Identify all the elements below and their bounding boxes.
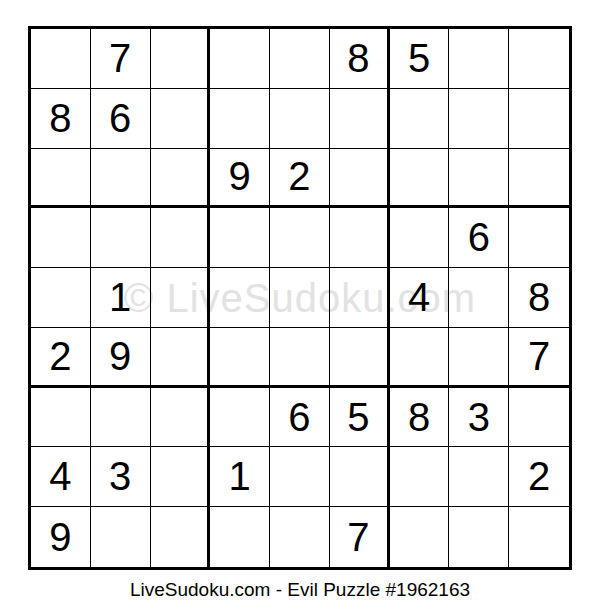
cell-r7c5[interactable]: 6	[270, 388, 330, 448]
cell-r3c9[interactable]	[509, 149, 569, 209]
cell-r4c5[interactable]	[270, 208, 330, 268]
cell-r3c2[interactable]	[91, 149, 151, 209]
cell-r7c3[interactable]	[151, 388, 211, 448]
cell-r3c4[interactable]: 9	[210, 149, 270, 209]
cell-r8c7[interactable]	[390, 447, 450, 507]
cell-r7c4[interactable]	[210, 388, 270, 448]
cell-r5c4[interactable]	[210, 268, 270, 328]
cell-r5c3[interactable]	[151, 268, 211, 328]
cell-r8c4[interactable]: 1	[210, 447, 270, 507]
cell-r6c7[interactable]	[390, 328, 450, 388]
cell-r3c6[interactable]	[330, 149, 390, 209]
cell-r7c8[interactable]: 3	[449, 388, 509, 448]
cell-r1c4[interactable]	[210, 29, 270, 89]
cell-r9c3[interactable]	[151, 507, 211, 567]
cell-r1c9[interactable]	[509, 29, 569, 89]
cell-r9c2[interactable]	[91, 507, 151, 567]
cell-r9c8[interactable]	[449, 507, 509, 567]
cell-r9c6[interactable]: 7	[330, 507, 390, 567]
cell-r3c7[interactable]	[390, 149, 450, 209]
cell-r1c1[interactable]	[31, 29, 91, 89]
cell-r4c2[interactable]	[91, 208, 151, 268]
cell-r3c1[interactable]	[31, 149, 91, 209]
cell-r6c9[interactable]: 7	[509, 328, 569, 388]
cell-r4c4[interactable]	[210, 208, 270, 268]
cell-r6c3[interactable]	[151, 328, 211, 388]
cell-r9c7[interactable]	[390, 507, 450, 567]
cell-r3c8[interactable]	[449, 149, 509, 209]
cell-r2c2[interactable]: 6	[91, 89, 151, 149]
cell-r3c3[interactable]	[151, 149, 211, 209]
cell-r7c2[interactable]	[91, 388, 151, 448]
cell-r7c7[interactable]: 8	[390, 388, 450, 448]
cell-r7c1[interactable]	[31, 388, 91, 448]
cell-r6c2[interactable]: 9	[91, 328, 151, 388]
cell-r8c5[interactable]	[270, 447, 330, 507]
cell-r2c8[interactable]	[449, 89, 509, 149]
cell-r6c4[interactable]	[210, 328, 270, 388]
sudoku-grid: 785869261482976583431297	[31, 29, 569, 567]
cell-r3c5[interactable]: 2	[270, 149, 330, 209]
caption-text: LiveSudoku.com - Evil Puzzle #1962163	[0, 579, 600, 601]
cell-r8c3[interactable]	[151, 447, 211, 507]
cell-r8c6[interactable]	[330, 447, 390, 507]
cell-r7c9[interactable]	[509, 388, 569, 448]
sudoku-board: © LiveSudoku.com 78586926148297658343129…	[28, 26, 572, 570]
cell-r5c1[interactable]	[31, 268, 91, 328]
cell-r2c6[interactable]	[330, 89, 390, 149]
cell-r8c8[interactable]	[449, 447, 509, 507]
cell-r5c2[interactable]: 1	[91, 268, 151, 328]
cell-r6c6[interactable]	[330, 328, 390, 388]
cell-r4c7[interactable]	[390, 208, 450, 268]
cell-r1c2[interactable]: 7	[91, 29, 151, 89]
cell-r1c8[interactable]	[449, 29, 509, 89]
sudoku-page: © LiveSudoku.com 78586926148297658343129…	[0, 0, 600, 615]
cell-r5c9[interactable]: 8	[509, 268, 569, 328]
cell-r4c6[interactable]	[330, 208, 390, 268]
cell-r5c7[interactable]: 4	[390, 268, 450, 328]
cell-r6c5[interactable]	[270, 328, 330, 388]
cell-r1c5[interactable]	[270, 29, 330, 89]
cell-r5c5[interactable]	[270, 268, 330, 328]
cell-r4c9[interactable]	[509, 208, 569, 268]
cell-r2c7[interactable]	[390, 89, 450, 149]
cell-r9c9[interactable]	[509, 507, 569, 567]
cell-r6c8[interactable]	[449, 328, 509, 388]
cell-r9c4[interactable]	[210, 507, 270, 567]
cell-r2c3[interactable]	[151, 89, 211, 149]
cell-r9c1[interactable]: 9	[31, 507, 91, 567]
cell-r6c1[interactable]: 2	[31, 328, 91, 388]
cell-r2c5[interactable]	[270, 89, 330, 149]
cell-r7c6[interactable]: 5	[330, 388, 390, 448]
cell-r1c6[interactable]: 8	[330, 29, 390, 89]
cell-r9c5[interactable]	[270, 507, 330, 567]
cell-r4c8[interactable]: 6	[449, 208, 509, 268]
cell-r2c1[interactable]: 8	[31, 89, 91, 149]
cell-r4c3[interactable]	[151, 208, 211, 268]
cell-r1c3[interactable]	[151, 29, 211, 89]
cell-r5c8[interactable]	[449, 268, 509, 328]
cell-r8c1[interactable]: 4	[31, 447, 91, 507]
cell-r1c7[interactable]: 5	[390, 29, 450, 89]
cell-r8c2[interactable]: 3	[91, 447, 151, 507]
cell-r5c6[interactable]	[330, 268, 390, 328]
cell-r8c9[interactable]: 2	[509, 447, 569, 507]
cell-r2c4[interactable]	[210, 89, 270, 149]
cell-r4c1[interactable]	[31, 208, 91, 268]
cell-r2c9[interactable]	[509, 89, 569, 149]
